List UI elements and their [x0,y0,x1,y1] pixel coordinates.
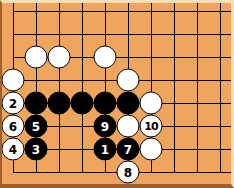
black-stone [71,92,94,115]
white-stone-move-8: 8 [117,161,140,184]
move-number-label: 2 [9,97,17,109]
move-number-label: 1 [101,143,109,155]
black-stone [117,92,140,115]
white-stone [2,69,25,92]
black-stone [48,92,71,115]
black-stone-move-1: 1 [94,138,117,161]
white-stone [117,115,140,138]
grid-line-horizontal [13,34,231,35]
move-number-label: 10 [144,121,157,132]
white-stone [48,46,71,69]
white-stone-move-6: 6 [2,115,25,138]
white-stone [25,46,48,69]
grid-line-horizontal [13,11,231,12]
move-number-label: 6 [9,120,17,132]
white-stone [94,46,117,69]
go-board-diagram: 26591043178 [0,0,234,188]
white-stone [140,138,163,161]
white-stone [117,69,140,92]
move-number-label: 4 [9,143,17,155]
grid-line-vertical [174,3,175,173]
grid-line-vertical [220,3,221,173]
grid-line-vertical [197,3,198,173]
black-stone-move-3: 3 [25,138,48,161]
black-stone [94,92,117,115]
grid-line-vertical [59,3,60,173]
white-stone-move-4: 4 [2,138,25,161]
white-stone-move-10: 10 [140,115,163,138]
black-stone-move-7: 7 [117,138,140,161]
move-number-label: 9 [101,120,109,132]
grid-line-vertical [82,3,83,173]
white-stone-move-2: 2 [2,92,25,115]
move-number-label: 8 [124,166,132,178]
black-stone [25,92,48,115]
move-number-label: 5 [32,120,40,132]
move-number-label: 7 [124,143,132,155]
move-number-label: 3 [32,143,40,155]
white-stone [140,92,163,115]
black-stone-move-5: 5 [25,115,48,138]
black-stone-move-9: 9 [94,115,117,138]
